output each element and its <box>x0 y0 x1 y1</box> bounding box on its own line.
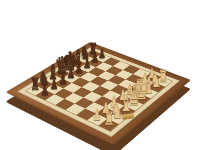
piece-white-rook[interactable]: ♜ <box>103 109 114 128</box>
piece-black-pawn[interactable]: ♟ <box>83 57 91 70</box>
piece-black-pawn[interactable]: ♟ <box>50 78 58 92</box>
piece-black-pawn[interactable]: ♟ <box>41 83 49 97</box>
piece-black-rook[interactable]: ♜ <box>30 76 40 93</box>
piece-black-pawn[interactable]: ♟ <box>67 67 75 80</box>
piece-black-pawn[interactable]: ♟ <box>91 52 99 65</box>
chess-set-scene: ♜♞♝♛♚♝♞♜♟♟♟♟♟♟♟♟♟♟♟♟♟♟♟♟♜♞♝♛♚♝♞♜ <box>0 0 200 150</box>
piece-black-pawn[interactable]: ♟ <box>75 62 83 75</box>
piece-black-pawn[interactable]: ♟ <box>59 72 67 86</box>
piece-black-pawn[interactable]: ♟ <box>98 48 106 61</box>
piece-white-pawn[interactable]: ♟ <box>93 107 102 122</box>
